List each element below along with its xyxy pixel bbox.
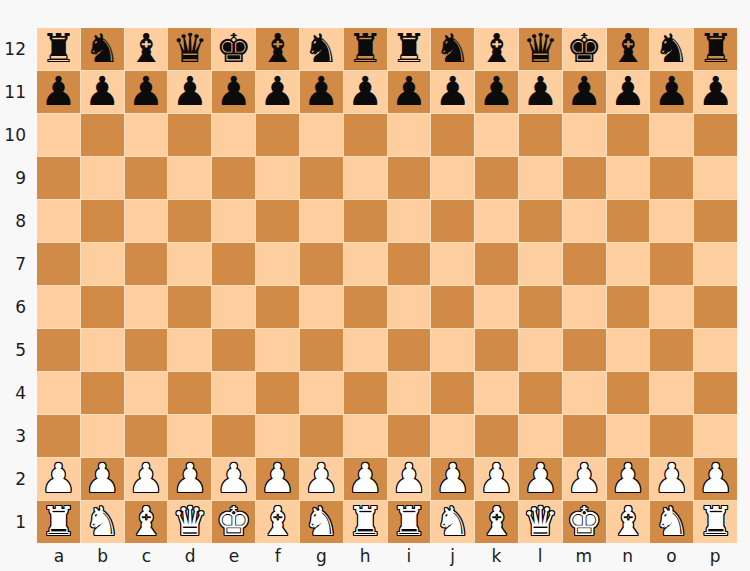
piece-white-bishop[interactable]: ♝ <box>610 501 646 541</box>
square-b12[interactable]: ♞ <box>81 28 124 70</box>
square-i7[interactable] <box>388 243 431 285</box>
file-label-f: f <box>256 543 300 569</box>
square-e6[interactable] <box>212 286 255 328</box>
square-j1[interactable]: ♞ <box>431 501 474 543</box>
square-l6[interactable] <box>519 286 562 328</box>
file-label-e: e <box>212 543 256 569</box>
square-a2[interactable]: ♟ <box>37 458 80 500</box>
square-n12[interactable]: ♝ <box>607 28 650 70</box>
square-e9[interactable] <box>212 157 255 199</box>
square-n2[interactable]: ♟ <box>607 458 650 500</box>
square-l3[interactable] <box>519 415 562 457</box>
square-k4[interactable] <box>475 372 518 414</box>
square-m3[interactable] <box>563 415 606 457</box>
file-label-n: n <box>606 543 650 569</box>
square-a3[interactable] <box>37 415 80 457</box>
square-j4[interactable] <box>431 372 474 414</box>
square-e4[interactable] <box>212 372 255 414</box>
square-n5[interactable] <box>607 329 650 371</box>
piece-black-pawn[interactable]: ♟ <box>522 71 558 111</box>
piece-white-pawn[interactable]: ♟ <box>40 458 76 498</box>
rank-label-11: 11 <box>0 71 32 114</box>
rank-label-2: 2 <box>0 457 32 500</box>
square-l12[interactable]: ♛ <box>519 28 562 70</box>
piece-white-knight[interactable]: ♞ <box>84 501 120 541</box>
square-c11[interactable]: ♟ <box>125 71 168 113</box>
square-f9[interactable] <box>256 157 299 199</box>
piece-white-rook[interactable]: ♜ <box>40 501 76 541</box>
square-c1[interactable]: ♝ <box>125 501 168 543</box>
square-h3[interactable] <box>344 415 387 457</box>
square-n11[interactable]: ♟ <box>607 71 650 113</box>
piece-black-rook[interactable]: ♜ <box>391 28 427 68</box>
square-j7[interactable] <box>431 243 474 285</box>
piece-white-knight[interactable]: ♞ <box>654 501 690 541</box>
square-j9[interactable] <box>431 157 474 199</box>
square-o3[interactable] <box>650 415 693 457</box>
piece-white-pawn[interactable]: ♟ <box>479 458 515 498</box>
rank-label-8: 8 <box>0 200 32 243</box>
square-n4[interactable] <box>607 372 650 414</box>
square-n10[interactable] <box>607 114 650 156</box>
file-label-o: o <box>650 543 694 569</box>
piece-black-knight[interactable]: ♞ <box>435 28 471 68</box>
square-p6[interactable] <box>694 286 737 328</box>
square-k1[interactable]: ♝ <box>475 501 518 543</box>
square-c12[interactable]: ♝ <box>125 28 168 70</box>
square-o11[interactable]: ♟ <box>650 71 693 113</box>
piece-black-pawn[interactable]: ♟ <box>610 71 646 111</box>
piece-white-pawn[interactable]: ♟ <box>84 458 120 498</box>
square-e12[interactable]: ♚ <box>212 28 255 70</box>
square-a10[interactable] <box>37 114 80 156</box>
piece-black-pawn[interactable]: ♟ <box>172 71 208 111</box>
piece-white-pawn[interactable]: ♟ <box>303 458 339 498</box>
square-b7[interactable] <box>81 243 124 285</box>
square-c6[interactable] <box>125 286 168 328</box>
square-d3[interactable] <box>168 415 211 457</box>
rank-label-3: 3 <box>0 414 32 457</box>
piece-black-rook[interactable]: ♜ <box>347 28 383 68</box>
piece-white-pawn[interactable]: ♟ <box>610 458 646 498</box>
square-f1[interactable]: ♝ <box>256 501 299 543</box>
square-m11[interactable]: ♟ <box>563 71 606 113</box>
square-c5[interactable] <box>125 329 168 371</box>
piece-black-pawn[interactable]: ♟ <box>40 71 76 111</box>
piece-black-rook[interactable]: ♜ <box>698 28 734 68</box>
square-c4[interactable] <box>125 372 168 414</box>
square-g11[interactable]: ♟ <box>300 71 343 113</box>
square-b11[interactable]: ♟ <box>81 71 124 113</box>
square-h9[interactable] <box>344 157 387 199</box>
square-p7[interactable] <box>694 243 737 285</box>
square-l1[interactable]: ♛ <box>519 501 562 543</box>
file-labels: abcdefghijklmnop <box>37 543 737 569</box>
square-g12[interactable]: ♞ <box>300 28 343 70</box>
square-k11[interactable]: ♟ <box>475 71 518 113</box>
square-f3[interactable] <box>256 415 299 457</box>
square-i6[interactable] <box>388 286 431 328</box>
square-n8[interactable] <box>607 200 650 242</box>
piece-black-pawn[interactable]: ♟ <box>435 71 471 111</box>
piece-white-rook[interactable]: ♜ <box>347 501 383 541</box>
square-n3[interactable] <box>607 415 650 457</box>
piece-black-pawn[interactable]: ♟ <box>216 71 252 111</box>
square-o2[interactable]: ♟ <box>650 458 693 500</box>
square-c3[interactable] <box>125 415 168 457</box>
file-label-c: c <box>125 543 169 569</box>
piece-white-knight[interactable]: ♞ <box>303 501 339 541</box>
square-l8[interactable] <box>519 200 562 242</box>
piece-black-queen[interactable]: ♛ <box>172 28 208 68</box>
file-label-k: k <box>475 543 519 569</box>
piece-black-knight[interactable]: ♞ <box>84 28 120 68</box>
square-m9[interactable] <box>563 157 606 199</box>
square-k2[interactable]: ♟ <box>475 458 518 500</box>
square-h8[interactable] <box>344 200 387 242</box>
square-h11[interactable]: ♟ <box>344 71 387 113</box>
rank-label-6: 6 <box>0 286 32 329</box>
square-d7[interactable] <box>168 243 211 285</box>
square-f7[interactable] <box>256 243 299 285</box>
square-g4[interactable] <box>300 372 343 414</box>
file-label-p: p <box>693 543 737 569</box>
square-k9[interactable] <box>475 157 518 199</box>
piece-black-pawn[interactable]: ♟ <box>654 71 690 111</box>
piece-black-pawn[interactable]: ♟ <box>391 71 427 111</box>
square-g10[interactable] <box>300 114 343 156</box>
square-m10[interactable] <box>563 114 606 156</box>
square-c9[interactable] <box>125 157 168 199</box>
square-b1[interactable]: ♞ <box>81 501 124 543</box>
square-h12[interactable]: ♜ <box>344 28 387 70</box>
square-e1[interactable]: ♚ <box>212 501 255 543</box>
square-m4[interactable] <box>563 372 606 414</box>
square-h4[interactable] <box>344 372 387 414</box>
piece-white-pawn[interactable]: ♟ <box>172 458 208 498</box>
file-label-i: i <box>387 543 431 569</box>
file-label-g: g <box>300 543 344 569</box>
square-e7[interactable] <box>212 243 255 285</box>
square-b3[interactable] <box>81 415 124 457</box>
square-l7[interactable] <box>519 243 562 285</box>
square-h2[interactable]: ♟ <box>344 458 387 500</box>
square-d2[interactable]: ♟ <box>168 458 211 500</box>
square-f5[interactable] <box>256 329 299 371</box>
piece-black-king[interactable]: ♚ <box>216 28 252 68</box>
square-g3[interactable] <box>300 415 343 457</box>
square-c10[interactable] <box>125 114 168 156</box>
square-p5[interactable] <box>694 329 737 371</box>
square-l5[interactable] <box>519 329 562 371</box>
square-l9[interactable] <box>519 157 562 199</box>
square-i2[interactable]: ♟ <box>388 458 431 500</box>
rank-labels: 121110987654321 <box>0 28 32 543</box>
square-f6[interactable] <box>256 286 299 328</box>
square-d4[interactable] <box>168 372 211 414</box>
square-j6[interactable] <box>431 286 474 328</box>
square-l11[interactable]: ♟ <box>519 71 562 113</box>
rank-label-4: 4 <box>0 371 32 414</box>
square-b6[interactable] <box>81 286 124 328</box>
piece-white-pawn[interactable]: ♟ <box>522 458 558 498</box>
piece-black-pawn[interactable]: ♟ <box>84 71 120 111</box>
square-a12[interactable]: ♜ <box>37 28 80 70</box>
square-k10[interactable] <box>475 114 518 156</box>
square-k8[interactable] <box>475 200 518 242</box>
square-e2[interactable]: ♟ <box>212 458 255 500</box>
square-m7[interactable] <box>563 243 606 285</box>
square-a6[interactable] <box>37 286 80 328</box>
square-d1[interactable]: ♛ <box>168 501 211 543</box>
piece-black-bishop[interactable]: ♝ <box>479 28 515 68</box>
file-label-d: d <box>168 543 212 569</box>
square-f10[interactable] <box>256 114 299 156</box>
piece-white-queen[interactable]: ♛ <box>172 501 208 541</box>
rank-label-7: 7 <box>0 243 32 286</box>
square-o6[interactable] <box>650 286 693 328</box>
square-k12[interactable]: ♝ <box>475 28 518 70</box>
square-e10[interactable] <box>212 114 255 156</box>
square-b2[interactable]: ♟ <box>81 458 124 500</box>
square-e11[interactable]: ♟ <box>212 71 255 113</box>
square-g7[interactable] <box>300 243 343 285</box>
piece-white-pawn[interactable]: ♟ <box>128 458 164 498</box>
piece-black-king[interactable]: ♚ <box>566 28 602 68</box>
square-e5[interactable] <box>212 329 255 371</box>
square-a7[interactable] <box>37 243 80 285</box>
piece-white-bishop[interactable]: ♝ <box>479 501 515 541</box>
square-d10[interactable] <box>168 114 211 156</box>
square-a11[interactable]: ♟ <box>37 71 80 113</box>
file-label-j: j <box>431 543 475 569</box>
square-p3[interactable] <box>694 415 737 457</box>
piece-black-rook[interactable]: ♜ <box>40 28 76 68</box>
square-o1[interactable]: ♞ <box>650 501 693 543</box>
piece-black-bishop[interactable]: ♝ <box>260 28 296 68</box>
square-d11[interactable]: ♟ <box>168 71 211 113</box>
square-i11[interactable]: ♟ <box>388 71 431 113</box>
square-b10[interactable] <box>81 114 124 156</box>
square-d12[interactable]: ♛ <box>168 28 211 70</box>
square-o12[interactable]: ♞ <box>650 28 693 70</box>
square-i10[interactable] <box>388 114 431 156</box>
rank-label-10: 10 <box>0 114 32 157</box>
square-o9[interactable] <box>650 157 693 199</box>
file-label-h: h <box>343 543 387 569</box>
square-o4[interactable] <box>650 372 693 414</box>
square-h7[interactable] <box>344 243 387 285</box>
square-o5[interactable] <box>650 329 693 371</box>
square-j2[interactable]: ♟ <box>431 458 474 500</box>
piece-black-knight[interactable]: ♞ <box>303 28 339 68</box>
square-a4[interactable] <box>37 372 80 414</box>
file-label-l: l <box>518 543 562 569</box>
file-label-b: b <box>81 543 125 569</box>
piece-black-bishop[interactable]: ♝ <box>610 28 646 68</box>
square-p8[interactable] <box>694 200 737 242</box>
piece-black-pawn[interactable]: ♟ <box>479 71 515 111</box>
square-e8[interactable] <box>212 200 255 242</box>
square-j3[interactable] <box>431 415 474 457</box>
square-n7[interactable] <box>607 243 650 285</box>
square-c8[interactable] <box>125 200 168 242</box>
piece-black-pawn[interactable]: ♟ <box>347 71 383 111</box>
piece-white-bishop[interactable]: ♝ <box>260 501 296 541</box>
square-j12[interactable]: ♞ <box>431 28 474 70</box>
square-m1[interactable]: ♚ <box>563 501 606 543</box>
piece-black-pawn[interactable]: ♟ <box>303 71 339 111</box>
square-l4[interactable] <box>519 372 562 414</box>
file-label-a: a <box>37 543 81 569</box>
square-h5[interactable] <box>344 329 387 371</box>
piece-white-king[interactable]: ♚ <box>566 501 602 541</box>
square-e3[interactable] <box>212 415 255 457</box>
square-j11[interactable]: ♟ <box>431 71 474 113</box>
piece-black-queen[interactable]: ♛ <box>522 28 558 68</box>
piece-white-pawn[interactable]: ♟ <box>391 458 427 498</box>
square-j10[interactable] <box>431 114 474 156</box>
square-d5[interactable] <box>168 329 211 371</box>
square-g8[interactable] <box>300 200 343 242</box>
file-label-m: m <box>562 543 606 569</box>
square-g2[interactable]: ♟ <box>300 458 343 500</box>
square-j8[interactable] <box>431 200 474 242</box>
square-d9[interactable] <box>168 157 211 199</box>
square-l2[interactable]: ♟ <box>519 458 562 500</box>
square-k7[interactable] <box>475 243 518 285</box>
square-b8[interactable] <box>81 200 124 242</box>
square-f11[interactable]: ♟ <box>256 71 299 113</box>
square-f12[interactable]: ♝ <box>256 28 299 70</box>
square-n6[interactable] <box>607 286 650 328</box>
square-o10[interactable] <box>650 114 693 156</box>
square-h10[interactable] <box>344 114 387 156</box>
square-m6[interactable] <box>563 286 606 328</box>
square-p9[interactable] <box>694 157 737 199</box>
square-c7[interactable] <box>125 243 168 285</box>
square-n1[interactable]: ♝ <box>607 501 650 543</box>
square-o8[interactable] <box>650 200 693 242</box>
square-a8[interactable] <box>37 200 80 242</box>
square-c2[interactable]: ♟ <box>125 458 168 500</box>
piece-white-pawn[interactable]: ♟ <box>435 458 471 498</box>
piece-white-queen[interactable]: ♛ <box>522 501 558 541</box>
square-i8[interactable] <box>388 200 431 242</box>
square-p10[interactable] <box>694 114 737 156</box>
piece-black-pawn[interactable]: ♟ <box>260 71 296 111</box>
square-a1[interactable]: ♜ <box>37 501 80 543</box>
piece-black-bishop[interactable]: ♝ <box>128 28 164 68</box>
piece-black-pawn[interactable]: ♟ <box>566 71 602 111</box>
piece-white-king[interactable]: ♚ <box>216 501 252 541</box>
rank-label-12: 12 <box>0 28 32 71</box>
square-o7[interactable] <box>650 243 693 285</box>
piece-white-knight[interactable]: ♞ <box>435 501 471 541</box>
square-l10[interactable] <box>519 114 562 156</box>
square-i1[interactable]: ♜ <box>388 501 431 543</box>
rank-label-1: 1 <box>0 500 32 543</box>
square-i3[interactable] <box>388 415 431 457</box>
rank-label-5: 5 <box>0 328 32 371</box>
square-p4[interactable] <box>694 372 737 414</box>
piece-white-rook[interactable]: ♜ <box>698 501 734 541</box>
square-g6[interactable] <box>300 286 343 328</box>
square-i12[interactable]: ♜ <box>388 28 431 70</box>
square-p11[interactable]: ♟ <box>694 71 737 113</box>
square-g5[interactable] <box>300 329 343 371</box>
square-k5[interactable] <box>475 329 518 371</box>
piece-white-rook[interactable]: ♜ <box>391 501 427 541</box>
piece-white-pawn[interactable]: ♟ <box>260 458 296 498</box>
square-m5[interactable] <box>563 329 606 371</box>
square-f2[interactable]: ♟ <box>256 458 299 500</box>
square-g1[interactable]: ♞ <box>300 501 343 543</box>
square-b9[interactable] <box>81 157 124 199</box>
square-b5[interactable] <box>81 329 124 371</box>
square-p1[interactable]: ♜ <box>694 501 737 543</box>
square-h6[interactable] <box>344 286 387 328</box>
square-d8[interactable] <box>168 200 211 242</box>
square-k3[interactable] <box>475 415 518 457</box>
square-n9[interactable] <box>607 157 650 199</box>
square-g9[interactable] <box>300 157 343 199</box>
square-p2[interactable]: ♟ <box>694 458 737 500</box>
piece-black-knight[interactable]: ♞ <box>654 28 690 68</box>
chess-board: ♜♞♝♛♚♝♞♜♜♞♝♛♚♝♞♜♟♟♟♟♟♟♟♟♟♟♟♟♟♟♟♟♟♟♟♟♟♟♟♟… <box>37 28 737 543</box>
square-i5[interactable] <box>388 329 431 371</box>
square-i4[interactable] <box>388 372 431 414</box>
square-k6[interactable] <box>475 286 518 328</box>
piece-black-pawn[interactable]: ♟ <box>128 71 164 111</box>
square-j5[interactable] <box>431 329 474 371</box>
square-f8[interactable] <box>256 200 299 242</box>
piece-white-pawn[interactable]: ♟ <box>566 458 602 498</box>
rank-label-9: 9 <box>0 157 32 200</box>
square-h1[interactable]: ♜ <box>344 501 387 543</box>
piece-white-pawn[interactable]: ♟ <box>216 458 252 498</box>
square-m8[interactable] <box>563 200 606 242</box>
square-a9[interactable] <box>37 157 80 199</box>
square-m12[interactable]: ♚ <box>563 28 606 70</box>
square-p12[interactable]: ♜ <box>694 28 737 70</box>
piece-black-pawn[interactable]: ♟ <box>698 71 734 111</box>
square-a5[interactable] <box>37 329 80 371</box>
piece-white-pawn[interactable]: ♟ <box>654 458 690 498</box>
square-d6[interactable] <box>168 286 211 328</box>
square-i9[interactable] <box>388 157 431 199</box>
square-m2[interactable]: ♟ <box>563 458 606 500</box>
piece-white-pawn[interactable]: ♟ <box>347 458 383 498</box>
page: 121110987654321 ♜♞♝♛♚♝♞♜♜♞♝♛♚♝♞♜♟♟♟♟♟♟♟♟… <box>0 0 750 571</box>
piece-white-pawn[interactable]: ♟ <box>698 458 734 498</box>
square-b4[interactable] <box>81 372 124 414</box>
square-f4[interactable] <box>256 372 299 414</box>
piece-white-bishop[interactable]: ♝ <box>128 501 164 541</box>
